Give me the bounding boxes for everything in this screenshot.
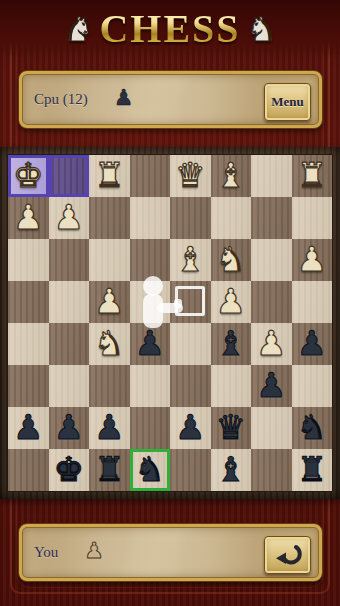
app-title: CHESS — [99, 9, 240, 49]
chess-app-screen: ♞ CHESS ♞ Cpu (12) ♟ Menu ♚♜♛♝♜♟♟♝♞♟♟♟♞♟… — [0, 0, 340, 606]
square-d8[interactable] — [170, 449, 211, 491]
piece-black-pawn: ♟ — [256, 368, 286, 402]
square-e2[interactable] — [130, 197, 171, 239]
square-h6[interactable] — [8, 365, 49, 407]
piece-white-pawn: ♟ — [13, 200, 43, 234]
piece-white-knight: ♞ — [216, 242, 246, 276]
square-d5[interactable] — [170, 323, 211, 365]
square-c5[interactable]: ♝ — [211, 323, 252, 365]
square-b6[interactable]: ♟ — [251, 365, 292, 407]
square-c3[interactable]: ♞ — [211, 239, 252, 281]
square-e4[interactable] — [130, 281, 171, 323]
square-e3[interactable] — [130, 239, 171, 281]
piece-black-rook: ♜ — [297, 452, 327, 486]
piece-black-king: ♚ — [54, 452, 84, 486]
square-e7[interactable] — [130, 407, 171, 449]
square-g5[interactable] — [49, 323, 90, 365]
piece-black-rook: ♜ — [94, 452, 124, 486]
piece-black-queen: ♛ — [216, 410, 246, 444]
piece-white-king: ♚ — [13, 158, 43, 192]
square-b7[interactable] — [251, 407, 292, 449]
square-f6[interactable] — [89, 365, 130, 407]
piece-black-knight: ♞ — [297, 410, 327, 444]
square-f1[interactable]: ♜ — [89, 155, 130, 197]
square-f4[interactable]: ♟ — [89, 281, 130, 323]
square-d6[interactable] — [170, 365, 211, 407]
square-a8[interactable]: ♜ — [292, 449, 333, 491]
square-b5[interactable]: ♟ — [251, 323, 292, 365]
black-pawn-icon: ♟ — [114, 87, 134, 109]
square-c4[interactable]: ♟ — [211, 281, 252, 323]
piece-white-pawn: ♟ — [216, 284, 246, 318]
title-banner: ♞ CHESS ♞ — [0, 0, 340, 58]
square-a6[interactable] — [292, 365, 333, 407]
piece-white-bishop: ♝ — [175, 242, 205, 276]
square-d3[interactable]: ♝ — [170, 239, 211, 281]
square-g1[interactable] — [49, 155, 90, 197]
square-f2[interactable] — [89, 197, 130, 239]
chess-board: ♚♜♛♝♜♟♟♝♞♟♟♟♞♟♝♟♟♟♟♟♟♟♛♞♚♜♞♝♜ — [0, 147, 340, 499]
square-g8[interactable]: ♚ — [49, 449, 90, 491]
undo-arrow-icon — [274, 543, 302, 567]
square-b8[interactable] — [251, 449, 292, 491]
piece-white-knight: ♞ — [94, 326, 124, 360]
square-a3[interactable]: ♟ — [292, 239, 333, 281]
square-f5[interactable]: ♞ — [89, 323, 130, 365]
piece-black-knight: ♞ — [135, 452, 165, 486]
square-g3[interactable] — [49, 239, 90, 281]
square-c8[interactable]: ♝ — [211, 449, 252, 491]
piece-white-queen: ♛ — [175, 158, 205, 192]
knight-logo-left-icon: ♞ — [63, 12, 93, 46]
piece-black-pawn: ♟ — [135, 326, 165, 360]
undo-button[interactable] — [264, 536, 311, 574]
piece-white-pawn: ♟ — [256, 326, 286, 360]
square-a4[interactable] — [292, 281, 333, 323]
square-a1[interactable]: ♜ — [292, 155, 333, 197]
piece-black-pawn: ♟ — [54, 410, 84, 444]
square-g4[interactable] — [49, 281, 90, 323]
square-b2[interactable] — [251, 197, 292, 239]
square-b4[interactable] — [251, 281, 292, 323]
piece-white-pawn: ♟ — [94, 284, 124, 318]
square-e5[interactable]: ♟ — [130, 323, 171, 365]
you-player-label: You — [34, 544, 58, 561]
square-b1[interactable] — [251, 155, 292, 197]
square-h8[interactable] — [8, 449, 49, 491]
square-a7[interactable]: ♞ — [292, 407, 333, 449]
cpu-player-label: Cpu (12) — [34, 91, 88, 108]
square-g2[interactable]: ♟ — [49, 197, 90, 239]
square-h7[interactable]: ♟ — [8, 407, 49, 449]
square-d7[interactable]: ♟ — [170, 407, 211, 449]
piece-white-pawn: ♟ — [297, 242, 327, 276]
square-d2[interactable] — [170, 197, 211, 239]
square-h2[interactable]: ♟ — [8, 197, 49, 239]
square-a2[interactable] — [292, 197, 333, 239]
white-pawn-icon: ♟ — [84, 540, 104, 562]
square-g7[interactable]: ♟ — [49, 407, 90, 449]
square-a5[interactable]: ♟ — [292, 323, 333, 365]
square-d1[interactable]: ♛ — [170, 155, 211, 197]
piece-black-pawn: ♟ — [175, 410, 205, 444]
menu-button[interactable]: Menu — [264, 83, 311, 121]
square-d4[interactable] — [170, 281, 211, 323]
square-g6[interactable] — [49, 365, 90, 407]
square-b3[interactable] — [251, 239, 292, 281]
piece-white-rook: ♜ — [297, 158, 327, 192]
piece-black-pawn: ♟ — [94, 410, 124, 444]
piece-black-bishop: ♝ — [216, 326, 246, 360]
square-h4[interactable] — [8, 281, 49, 323]
square-h1[interactable]: ♚ — [8, 155, 49, 197]
square-c6[interactable] — [211, 365, 252, 407]
piece-black-pawn: ♟ — [297, 326, 327, 360]
board-grid: ♚♜♛♝♜♟♟♝♞♟♟♟♞♟♝♟♟♟♟♟♟♟♛♞♚♜♞♝♜ — [8, 155, 332, 491]
square-c2[interactable] — [211, 197, 252, 239]
square-e6[interactable] — [130, 365, 171, 407]
knight-logo-right-icon: ♞ — [247, 12, 277, 46]
you-player-bar: You ♟ — [19, 524, 322, 581]
cpu-player-bar: Cpu (12) ♟ Menu — [19, 71, 322, 128]
square-f8[interactable]: ♜ — [89, 449, 130, 491]
square-f7[interactable]: ♟ — [89, 407, 130, 449]
square-c7[interactable]: ♛ — [211, 407, 252, 449]
piece-white-bishop: ♝ — [216, 158, 246, 192]
square-h3[interactable] — [8, 239, 49, 281]
piece-black-pawn: ♟ — [13, 410, 43, 444]
piece-black-bishop: ♝ — [216, 452, 246, 486]
piece-white-pawn: ♟ — [54, 200, 84, 234]
square-h5[interactable] — [8, 323, 49, 365]
square-e8[interactable]: ♞ — [130, 449, 171, 491]
square-c1[interactable]: ♝ — [211, 155, 252, 197]
square-e1[interactable] — [130, 155, 171, 197]
square-f3[interactable] — [89, 239, 130, 281]
piece-white-rook: ♜ — [94, 158, 124, 192]
